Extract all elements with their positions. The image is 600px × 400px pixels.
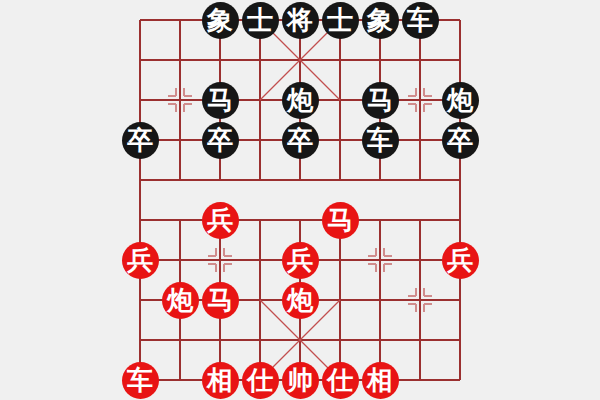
piece-black-advisor[interactable]: 士: [322, 2, 359, 39]
piece-red-elephant[interactable]: 相: [362, 362, 399, 399]
piece-black-cannon[interactable]: 炮: [442, 82, 479, 119]
piece-red-soldier[interactable]: 兵: [282, 242, 319, 279]
piece-black-soldier[interactable]: 卒: [202, 122, 239, 159]
piece-red-king[interactable]: 帅: [282, 362, 319, 399]
piece-red-chariot[interactable]: 车: [122, 362, 159, 399]
piece-black-elephant[interactable]: 象: [202, 2, 239, 39]
piece-red-cannon[interactable]: 炮: [282, 282, 319, 319]
piece-red-horse[interactable]: 马: [202, 282, 239, 319]
piece-black-cannon[interactable]: 炮: [282, 82, 319, 119]
piece-black-horse[interactable]: 马: [202, 82, 239, 119]
piece-red-elephant[interactable]: 相: [202, 362, 239, 399]
piece-black-chariot[interactable]: 车: [362, 122, 399, 159]
xiangqi-board: 象士将士象车马炮马炮卒卒卒车卒兵马兵兵兵炮马炮车相仕帅仕相: [0, 0, 600, 400]
piece-red-advisor[interactable]: 仕: [322, 362, 359, 399]
piece-red-cannon[interactable]: 炮: [162, 282, 199, 319]
piece-black-advisor[interactable]: 士: [242, 2, 279, 39]
piece-black-horse[interactable]: 马: [362, 82, 399, 119]
piece-red-soldier[interactable]: 兵: [122, 242, 159, 279]
piece-black-king[interactable]: 将: [282, 2, 319, 39]
piece-black-chariot[interactable]: 车: [402, 2, 439, 39]
piece-red-horse[interactable]: 马: [322, 202, 359, 239]
piece-black-soldier[interactable]: 卒: [122, 122, 159, 159]
piece-red-advisor[interactable]: 仕: [242, 362, 279, 399]
piece-red-soldier[interactable]: 兵: [442, 242, 479, 279]
piece-black-soldier[interactable]: 卒: [282, 122, 319, 159]
board-intersections[interactable]: 象士将士象车马炮马炮卒卒卒车卒兵马兵兵兵炮马炮车相仕帅仕相: [120, 0, 480, 400]
piece-red-soldier[interactable]: 兵: [202, 202, 239, 239]
piece-black-elephant[interactable]: 象: [362, 2, 399, 39]
piece-black-soldier[interactable]: 卒: [442, 122, 479, 159]
